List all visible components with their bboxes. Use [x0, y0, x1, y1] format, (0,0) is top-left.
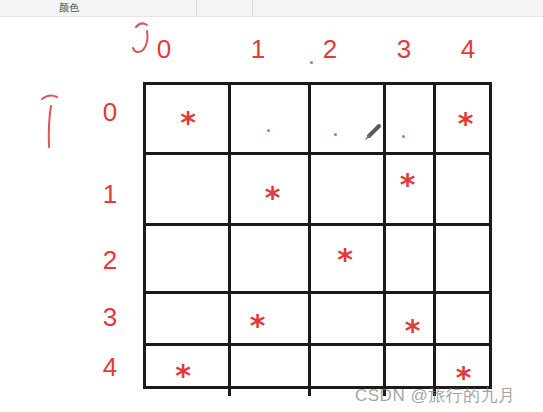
- row-label-3: 3: [103, 304, 117, 330]
- col-label-4: 4: [461, 36, 475, 62]
- cell-r4c4: *: [436, 346, 489, 386]
- stray-dot-3: [334, 133, 337, 136]
- cell-r2c2: *: [311, 226, 386, 294]
- cell-r3c0: [146, 294, 231, 346]
- row-index-annotation-i: [42, 95, 57, 147]
- row-label-4: 4: [103, 354, 117, 380]
- grid-line-overshoot: [308, 387, 311, 396]
- cell-r3c1: *: [231, 294, 311, 346]
- stray-dot-1: [310, 61, 313, 64]
- toolbar-divider: [252, 1, 253, 15]
- col-label-2: 2: [323, 36, 337, 62]
- cell-r0c2: [311, 85, 386, 155]
- cell-r1c0: [146, 155, 231, 226]
- col-label-1: 1: [251, 36, 265, 62]
- cell-r3c3: *: [386, 294, 436, 346]
- menu-item-colors[interactable]: 颜色: [55, 0, 83, 16]
- stray-dot-2: [267, 129, 270, 132]
- cell-r3c2: [311, 294, 386, 346]
- cell-r0c4: *: [436, 85, 489, 155]
- cell-r1c1: *: [231, 155, 311, 226]
- cell-r4c0: *: [146, 346, 231, 386]
- cell-r4c3: [386, 346, 436, 386]
- cell-r1c4: [436, 155, 489, 226]
- grid-line-overshoot: [228, 387, 231, 396]
- row-label-1: 1: [103, 181, 117, 207]
- paint-canvas-screenshot: 颜色 01234 01234 ********* CSDN @旅行的九月: [0, 0, 543, 412]
- row-label-0: 0: [103, 99, 117, 125]
- cell-r2c4: [436, 226, 489, 294]
- row-label-2: 2: [103, 247, 117, 273]
- cell-r2c0: [146, 226, 231, 294]
- star-grid-board: *********: [143, 82, 492, 389]
- cell-r2c3: [386, 226, 436, 294]
- cell-r0c3: [386, 85, 436, 155]
- cell-r4c1: [231, 346, 311, 386]
- cell-r1c3: *: [386, 155, 436, 226]
- cell-r4c2: [311, 346, 386, 386]
- cell-r0c0: *: [146, 85, 231, 155]
- cell-r3c4: [436, 294, 489, 346]
- cell-r2c1: [231, 226, 311, 294]
- col-index-annotation-j: [133, 23, 148, 52]
- toolbar: 颜色: [0, 0, 543, 17]
- stray-dot-4: [402, 135, 405, 138]
- col-label-0: 0: [157, 36, 171, 62]
- toolbar-divider: [196, 1, 197, 15]
- col-label-3: 3: [397, 36, 411, 62]
- cell-r0c1: [231, 85, 311, 155]
- cell-r1c2: [311, 155, 386, 226]
- watermark: CSDN @旅行的九月: [355, 385, 516, 407]
